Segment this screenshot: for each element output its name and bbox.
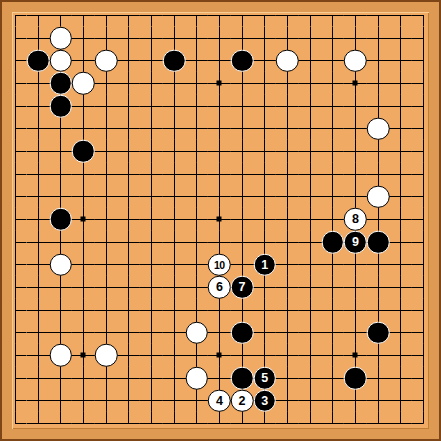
star-point xyxy=(353,353,358,358)
intersection xyxy=(72,367,95,390)
intersection xyxy=(185,276,208,299)
intersection xyxy=(299,276,322,299)
intersection xyxy=(27,95,50,118)
intersection xyxy=(4,208,27,231)
intersection xyxy=(4,4,27,27)
intersection xyxy=(117,231,140,254)
intersection: 7 xyxy=(231,276,254,299)
intersection xyxy=(253,72,276,95)
intersection xyxy=(27,49,50,72)
intersection xyxy=(185,163,208,186)
intersection xyxy=(367,163,390,186)
intersection xyxy=(49,276,72,299)
intersection xyxy=(185,140,208,163)
intersection xyxy=(231,367,254,390)
intersection xyxy=(276,321,299,344)
intersection xyxy=(163,389,186,412)
intersection xyxy=(276,412,299,435)
intersection xyxy=(344,49,367,72)
intersection xyxy=(321,49,344,72)
intersection xyxy=(321,231,344,254)
move-number: 6 xyxy=(216,281,223,294)
white-stone xyxy=(185,367,208,390)
intersection: 1 xyxy=(253,253,276,276)
intersection xyxy=(49,95,72,118)
intersection xyxy=(27,367,50,390)
black-stone xyxy=(367,321,390,344)
intersection xyxy=(231,49,254,72)
intersection: 10 xyxy=(208,253,231,276)
star-point xyxy=(217,81,222,86)
intersection: 2 xyxy=(231,389,254,412)
white-stone xyxy=(367,117,390,140)
intersection xyxy=(344,276,367,299)
intersection xyxy=(117,49,140,72)
intersection xyxy=(185,389,208,412)
intersection xyxy=(208,208,231,231)
intersection xyxy=(389,185,412,208)
intersection xyxy=(389,253,412,276)
white-stone xyxy=(276,49,299,72)
intersection xyxy=(27,185,50,208)
intersection xyxy=(117,27,140,50)
intersection xyxy=(367,299,390,322)
goban-grid: 89101675423 xyxy=(4,4,435,435)
intersection: 5 xyxy=(253,367,276,390)
intersection xyxy=(412,49,435,72)
intersection xyxy=(367,208,390,231)
intersection xyxy=(117,412,140,435)
intersection xyxy=(163,163,186,186)
intersection xyxy=(412,299,435,322)
intersection: 3 xyxy=(253,389,276,412)
intersection xyxy=(299,253,322,276)
intersection xyxy=(231,27,254,50)
intersection xyxy=(140,208,163,231)
intersection xyxy=(344,412,367,435)
intersection xyxy=(231,344,254,367)
intersection xyxy=(72,231,95,254)
star-point xyxy=(81,217,86,222)
intersection xyxy=(299,299,322,322)
intersection xyxy=(389,367,412,390)
intersection xyxy=(299,185,322,208)
intersection xyxy=(231,140,254,163)
intersection xyxy=(49,367,72,390)
intersection xyxy=(163,208,186,231)
intersection xyxy=(208,27,231,50)
intersection xyxy=(367,367,390,390)
intersection xyxy=(276,231,299,254)
intersection xyxy=(276,344,299,367)
intersection xyxy=(276,185,299,208)
intersection xyxy=(49,299,72,322)
white-stone: 8 xyxy=(344,208,367,231)
intersection xyxy=(140,253,163,276)
intersection xyxy=(367,117,390,140)
intersection xyxy=(344,389,367,412)
intersection xyxy=(412,140,435,163)
intersection xyxy=(49,4,72,27)
intersection xyxy=(163,344,186,367)
intersection xyxy=(95,185,118,208)
intersection xyxy=(231,321,254,344)
intersection xyxy=(299,27,322,50)
intersection xyxy=(389,72,412,95)
intersection xyxy=(95,389,118,412)
intersection xyxy=(208,299,231,322)
intersection: 4 xyxy=(208,389,231,412)
intersection xyxy=(367,4,390,27)
intersection xyxy=(72,140,95,163)
intersection xyxy=(72,344,95,367)
intersection xyxy=(412,208,435,231)
intersection xyxy=(276,27,299,50)
intersection xyxy=(412,72,435,95)
intersection xyxy=(344,72,367,95)
intersection xyxy=(185,367,208,390)
intersection xyxy=(72,321,95,344)
intersection xyxy=(49,49,72,72)
intersection xyxy=(27,253,50,276)
intersection xyxy=(344,321,367,344)
intersection xyxy=(117,253,140,276)
intersection xyxy=(253,140,276,163)
intersection xyxy=(208,231,231,254)
intersection xyxy=(321,412,344,435)
intersection xyxy=(163,4,186,27)
intersection xyxy=(185,27,208,50)
move-number: 8 xyxy=(352,213,359,226)
white-stone: 4 xyxy=(208,390,231,413)
intersection xyxy=(231,231,254,254)
intersection xyxy=(367,49,390,72)
intersection xyxy=(321,117,344,140)
intersection xyxy=(412,185,435,208)
intersection xyxy=(412,27,435,50)
intersection xyxy=(117,117,140,140)
black-stone xyxy=(231,49,254,72)
intersection xyxy=(140,49,163,72)
intersection xyxy=(95,321,118,344)
intersection xyxy=(140,95,163,118)
intersection xyxy=(253,185,276,208)
intersection xyxy=(117,95,140,118)
intersection xyxy=(299,117,322,140)
move-number: 1 xyxy=(261,258,268,271)
intersection xyxy=(163,117,186,140)
intersection xyxy=(208,163,231,186)
intersection xyxy=(185,231,208,254)
intersection xyxy=(140,389,163,412)
intersection xyxy=(389,208,412,231)
intersection xyxy=(4,49,27,72)
white-stone xyxy=(344,49,367,72)
intersection xyxy=(321,27,344,50)
intersection xyxy=(299,389,322,412)
intersection xyxy=(231,163,254,186)
intersection xyxy=(276,4,299,27)
intersection xyxy=(117,367,140,390)
intersection xyxy=(299,4,322,27)
intersection xyxy=(140,117,163,140)
intersection xyxy=(95,163,118,186)
intersection xyxy=(49,117,72,140)
intersection xyxy=(299,344,322,367)
intersection xyxy=(389,49,412,72)
intersection xyxy=(117,4,140,27)
intersection xyxy=(140,163,163,186)
intersection xyxy=(253,276,276,299)
intersection xyxy=(4,389,27,412)
intersection xyxy=(4,321,27,344)
intersection xyxy=(231,185,254,208)
intersection xyxy=(253,344,276,367)
intersection xyxy=(185,344,208,367)
intersection xyxy=(72,185,95,208)
intersection xyxy=(95,95,118,118)
black-stone xyxy=(321,231,344,254)
intersection xyxy=(49,72,72,95)
intersection xyxy=(389,117,412,140)
intersection xyxy=(299,49,322,72)
intersection xyxy=(389,412,412,435)
intersection xyxy=(253,117,276,140)
intersection xyxy=(367,389,390,412)
intersection xyxy=(140,344,163,367)
intersection xyxy=(4,276,27,299)
intersection xyxy=(253,27,276,50)
intersection xyxy=(299,412,322,435)
intersection xyxy=(389,231,412,254)
intersection xyxy=(72,276,95,299)
intersection xyxy=(321,72,344,95)
intersection xyxy=(367,185,390,208)
intersection xyxy=(95,49,118,72)
intersection xyxy=(208,117,231,140)
move-number: 5 xyxy=(261,372,268,385)
intersection xyxy=(49,27,72,50)
intersection xyxy=(367,72,390,95)
intersection xyxy=(412,95,435,118)
intersection xyxy=(4,344,27,367)
intersection xyxy=(299,95,322,118)
intersection xyxy=(276,367,299,390)
white-stone xyxy=(72,72,95,95)
intersection xyxy=(163,253,186,276)
intersection xyxy=(389,163,412,186)
black-stone: 5 xyxy=(253,367,276,390)
intersection xyxy=(185,72,208,95)
intersection xyxy=(163,231,186,254)
intersection xyxy=(72,49,95,72)
intersection xyxy=(163,321,186,344)
intersection xyxy=(299,231,322,254)
intersection xyxy=(321,276,344,299)
intersection xyxy=(95,4,118,27)
intersection xyxy=(344,27,367,50)
intersection xyxy=(299,367,322,390)
intersection xyxy=(389,344,412,367)
intersection xyxy=(253,208,276,231)
intersection xyxy=(95,412,118,435)
intersection xyxy=(321,163,344,186)
white-stone xyxy=(49,27,72,50)
intersection xyxy=(389,321,412,344)
intersection xyxy=(27,344,50,367)
black-stone xyxy=(231,321,254,344)
white-stone xyxy=(367,185,390,208)
intersection xyxy=(49,253,72,276)
intersection xyxy=(27,208,50,231)
intersection xyxy=(344,344,367,367)
intersection xyxy=(208,72,231,95)
intersection xyxy=(72,27,95,50)
intersection xyxy=(185,4,208,27)
intersection xyxy=(321,321,344,344)
intersection xyxy=(117,276,140,299)
intersection xyxy=(72,208,95,231)
intersection xyxy=(321,367,344,390)
star-point xyxy=(217,217,222,222)
intersection xyxy=(208,140,231,163)
intersection xyxy=(95,208,118,231)
intersection xyxy=(276,253,299,276)
intersection xyxy=(231,412,254,435)
intersection xyxy=(4,117,27,140)
intersection xyxy=(412,412,435,435)
intersection xyxy=(49,208,72,231)
intersection xyxy=(344,4,367,27)
intersection xyxy=(276,276,299,299)
intersection xyxy=(117,321,140,344)
intersection xyxy=(140,412,163,435)
intersection xyxy=(253,95,276,118)
intersection xyxy=(367,276,390,299)
intersection xyxy=(412,276,435,299)
intersection xyxy=(163,412,186,435)
intersection xyxy=(253,49,276,72)
intersection xyxy=(95,276,118,299)
intersection xyxy=(4,299,27,322)
intersection xyxy=(27,231,50,254)
intersection xyxy=(321,185,344,208)
intersection xyxy=(276,49,299,72)
intersection xyxy=(231,72,254,95)
white-stone xyxy=(95,344,118,367)
intersection xyxy=(389,95,412,118)
intersection xyxy=(389,27,412,50)
intersection xyxy=(344,253,367,276)
intersection xyxy=(367,412,390,435)
intersection xyxy=(72,95,95,118)
move-number: 10 xyxy=(214,259,225,270)
intersection xyxy=(140,185,163,208)
intersection: 8 xyxy=(344,208,367,231)
intersection xyxy=(389,389,412,412)
white-stone xyxy=(49,49,72,72)
intersection: 9 xyxy=(344,231,367,254)
intersection xyxy=(4,72,27,95)
white-stone: 2 xyxy=(231,390,254,413)
intersection xyxy=(321,344,344,367)
intersection xyxy=(72,117,95,140)
white-stone xyxy=(95,49,118,72)
intersection xyxy=(367,95,390,118)
intersection xyxy=(253,163,276,186)
intersection xyxy=(140,140,163,163)
intersection xyxy=(208,344,231,367)
intersection xyxy=(185,117,208,140)
intersection xyxy=(299,208,322,231)
intersection xyxy=(72,163,95,186)
intersection xyxy=(49,389,72,412)
intersection xyxy=(95,367,118,390)
intersection xyxy=(140,27,163,50)
intersection xyxy=(185,253,208,276)
intersection xyxy=(117,185,140,208)
intersection xyxy=(367,27,390,50)
white-stone: 10 xyxy=(208,253,231,276)
intersection xyxy=(412,367,435,390)
intersection xyxy=(389,276,412,299)
intersection xyxy=(163,367,186,390)
intersection xyxy=(27,72,50,95)
intersection xyxy=(208,4,231,27)
intersection xyxy=(163,95,186,118)
intersection xyxy=(299,163,322,186)
intersection xyxy=(140,367,163,390)
intersection xyxy=(4,140,27,163)
intersection xyxy=(208,185,231,208)
intersection xyxy=(276,117,299,140)
intersection xyxy=(276,389,299,412)
intersection xyxy=(231,299,254,322)
intersection xyxy=(4,231,27,254)
intersection xyxy=(140,276,163,299)
intersection xyxy=(412,4,435,27)
intersection xyxy=(231,95,254,118)
intersection xyxy=(4,412,27,435)
intersection xyxy=(49,412,72,435)
intersection xyxy=(344,185,367,208)
intersection xyxy=(344,367,367,390)
intersection xyxy=(163,72,186,95)
intersection xyxy=(49,185,72,208)
white-stone xyxy=(185,321,208,344)
intersection xyxy=(208,412,231,435)
black-stone xyxy=(163,49,186,72)
intersection xyxy=(72,412,95,435)
intersection xyxy=(27,117,50,140)
intersection xyxy=(321,140,344,163)
intersection xyxy=(412,321,435,344)
black-stone xyxy=(367,231,390,254)
intersection xyxy=(276,95,299,118)
intersection xyxy=(344,140,367,163)
intersection xyxy=(208,49,231,72)
intersection xyxy=(253,231,276,254)
intersection xyxy=(117,163,140,186)
intersection xyxy=(185,208,208,231)
star-point xyxy=(217,353,222,358)
intersection xyxy=(185,299,208,322)
black-stone: 1 xyxy=(253,253,276,276)
move-number: 3 xyxy=(261,395,268,408)
black-stone xyxy=(49,72,72,95)
intersection xyxy=(27,276,50,299)
star-point xyxy=(353,81,358,86)
